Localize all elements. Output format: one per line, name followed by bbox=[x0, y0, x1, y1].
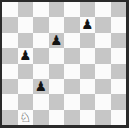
square-c3[interactable]: ♟ bbox=[33, 79, 49, 94]
square-h8[interactable] bbox=[111, 2, 127, 17]
square-e7[interactable] bbox=[64, 17, 80, 32]
square-e8[interactable] bbox=[64, 2, 80, 17]
square-c6[interactable] bbox=[33, 33, 49, 48]
square-f8[interactable] bbox=[80, 2, 96, 17]
square-b1[interactable]: ♘ bbox=[18, 110, 34, 125]
square-g6[interactable] bbox=[95, 33, 111, 48]
square-b8[interactable] bbox=[18, 2, 34, 17]
square-h1[interactable] bbox=[111, 110, 127, 125]
square-b4[interactable] bbox=[18, 64, 34, 79]
square-b7[interactable] bbox=[18, 17, 34, 32]
square-d8[interactable] bbox=[49, 2, 65, 17]
square-a8[interactable] bbox=[2, 2, 18, 17]
square-c2[interactable] bbox=[33, 94, 49, 109]
square-d1[interactable] bbox=[49, 110, 65, 125]
square-g2[interactable] bbox=[95, 94, 111, 109]
square-c5[interactable] bbox=[33, 48, 49, 63]
square-a6[interactable] bbox=[2, 33, 18, 48]
square-e5[interactable] bbox=[64, 48, 80, 63]
square-h6[interactable] bbox=[111, 33, 127, 48]
square-h5[interactable] bbox=[111, 48, 127, 63]
square-d5[interactable] bbox=[49, 48, 65, 63]
square-b6[interactable] bbox=[18, 33, 34, 48]
square-f2[interactable] bbox=[80, 94, 96, 109]
square-d2[interactable] bbox=[49, 94, 65, 109]
square-f7[interactable]: ♟ bbox=[80, 17, 96, 32]
white-knight: ♘ bbox=[19, 110, 31, 124]
square-f1[interactable] bbox=[80, 110, 96, 125]
black-pawn: ♟ bbox=[81, 18, 93, 32]
chess-board: ♟♟♟♟♘ bbox=[0, 0, 129, 128]
square-a4[interactable] bbox=[2, 64, 18, 79]
square-b5[interactable]: ♟ bbox=[18, 48, 34, 63]
square-g1[interactable] bbox=[95, 110, 111, 125]
square-f3[interactable] bbox=[80, 79, 96, 94]
square-f5[interactable] bbox=[80, 48, 96, 63]
square-c7[interactable] bbox=[33, 17, 49, 32]
square-f6[interactable] bbox=[80, 33, 96, 48]
square-a5[interactable] bbox=[2, 48, 18, 63]
square-d7[interactable] bbox=[49, 17, 65, 32]
square-c4[interactable] bbox=[33, 64, 49, 79]
square-d3[interactable] bbox=[49, 79, 65, 94]
square-g8[interactable] bbox=[95, 2, 111, 17]
black-pawn: ♟ bbox=[35, 79, 47, 93]
black-pawn: ♟ bbox=[19, 49, 31, 63]
square-g4[interactable] bbox=[95, 64, 111, 79]
square-b3[interactable] bbox=[18, 79, 34, 94]
square-h4[interactable] bbox=[111, 64, 127, 79]
square-c8[interactable] bbox=[33, 2, 49, 17]
square-g3[interactable] bbox=[95, 79, 111, 94]
square-d4[interactable] bbox=[49, 64, 65, 79]
black-pawn: ♟ bbox=[50, 33, 62, 47]
board-grid: ♟♟♟♟♘ bbox=[2, 2, 126, 125]
square-e2[interactable] bbox=[64, 94, 80, 109]
square-a3[interactable] bbox=[2, 79, 18, 94]
square-h7[interactable] bbox=[111, 17, 127, 32]
square-e1[interactable] bbox=[64, 110, 80, 125]
square-a2[interactable] bbox=[2, 94, 18, 109]
square-g5[interactable] bbox=[95, 48, 111, 63]
square-a1[interactable] bbox=[2, 110, 18, 125]
square-h3[interactable] bbox=[111, 79, 127, 94]
square-d6[interactable]: ♟ bbox=[49, 33, 65, 48]
square-g7[interactable] bbox=[95, 17, 111, 32]
square-c1[interactable] bbox=[33, 110, 49, 125]
square-h2[interactable] bbox=[111, 94, 127, 109]
square-f4[interactable] bbox=[80, 64, 96, 79]
square-b2[interactable] bbox=[18, 94, 34, 109]
square-e4[interactable] bbox=[64, 64, 80, 79]
square-a7[interactable] bbox=[2, 17, 18, 32]
square-e6[interactable] bbox=[64, 33, 80, 48]
square-e3[interactable] bbox=[64, 79, 80, 94]
